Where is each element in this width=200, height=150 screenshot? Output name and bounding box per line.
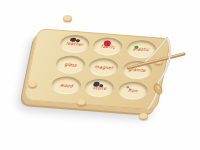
wooden-knob xyxy=(28,81,37,88)
hole-label: granite xyxy=(122,67,152,74)
wooden-knob xyxy=(77,99,86,106)
hole-grid: leather fabric plastic glass xyxy=(48,32,160,102)
hole-glass[interactable]: glass xyxy=(55,54,88,74)
hole-label: magnet xyxy=(89,64,119,71)
hole-granite[interactable]: granite xyxy=(121,59,154,79)
hole-label: fabric xyxy=(93,43,123,50)
hole-label: wood xyxy=(51,82,81,89)
wooden-knob xyxy=(154,58,163,65)
wooden-knob xyxy=(63,15,72,22)
hole-leather[interactable]: leather xyxy=(59,33,92,53)
hole-magnet[interactable]: magnet xyxy=(88,57,121,77)
hole-label: plastic xyxy=(126,46,156,53)
cell-r2c1: glass xyxy=(52,53,89,76)
hole-stone[interactable]: stone xyxy=(84,78,117,98)
hole-label: stone xyxy=(85,85,115,92)
cell-r1c1: leather xyxy=(56,32,93,55)
product-photo-scene: leather fabric plastic glass xyxy=(0,0,200,150)
cell-r2c2: magnet xyxy=(85,55,122,78)
hole-plastic[interactable]: plastic xyxy=(125,39,158,59)
cell-r1c3: plastic xyxy=(123,37,160,60)
hole-label: leather xyxy=(60,41,90,48)
cell-r1c2: fabric xyxy=(90,34,127,57)
hole-fabric[interactable]: fabric xyxy=(92,36,125,56)
hole-label: glass xyxy=(56,61,86,68)
hole-iron[interactable]: iron xyxy=(117,80,150,100)
cell-r3c3: iron xyxy=(114,78,151,101)
cell-r3c1: wood xyxy=(48,73,85,96)
hole-label: iron xyxy=(118,87,148,94)
cell-r3c2: stone xyxy=(81,76,118,99)
hole-wood[interactable]: wood xyxy=(50,75,83,95)
wooden-knob xyxy=(139,113,148,120)
game-board: leather fabric plastic glass xyxy=(23,28,171,111)
cell-r2c3: granite xyxy=(119,58,156,81)
